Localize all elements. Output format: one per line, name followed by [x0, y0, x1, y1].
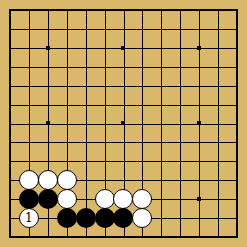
intersection-5-11[interactable] [95, 209, 114, 228]
intersection-2-9[interactable] [38, 171, 57, 190]
star-point [46, 121, 50, 125]
intersection-1-11[interactable]: 1 [19, 209, 38, 228]
stone-white[interactable] [132, 189, 152, 209]
stone-black[interactable] [57, 208, 77, 228]
stone-black[interactable] [76, 208, 96, 228]
stone-white[interactable] [132, 208, 152, 228]
stone-white[interactable] [57, 170, 77, 190]
intersection-3-10[interactable] [57, 190, 76, 209]
stone-black[interactable] [95, 208, 115, 228]
star-point [197, 46, 201, 50]
stone-black[interactable] [19, 189, 39, 209]
star-point [121, 46, 125, 50]
star-point [121, 121, 125, 125]
star-point-cell [190, 114, 209, 133]
move-number-label: 1 [25, 211, 33, 223]
star-point [197, 197, 201, 201]
star-point-cell [190, 38, 209, 57]
intersection-2-10[interactable] [38, 190, 57, 209]
intersection-3-11[interactable] [57, 209, 76, 228]
intersection-5-10[interactable] [95, 190, 114, 209]
star-point-cell [114, 114, 133, 133]
star-point-cell [114, 38, 133, 57]
star-point-cell [38, 38, 57, 57]
stone-white[interactable]: 1 [19, 208, 39, 228]
star-point [46, 46, 50, 50]
stone-white[interactable] [95, 189, 115, 209]
go-board[interactable]: 1 [1, 1, 247, 247]
go-board-diagram: 1 [0, 0, 247, 247]
intersection-7-11[interactable] [133, 209, 152, 228]
stone-white[interactable] [113, 189, 133, 209]
intersection-3-9[interactable] [57, 171, 76, 190]
stone-white[interactable] [19, 170, 39, 190]
intersection-1-9[interactable] [19, 171, 38, 190]
star-point-cell [190, 190, 209, 209]
star-point-cell [38, 114, 57, 133]
intersection-4-11[interactable] [76, 209, 95, 228]
intersection-6-10[interactable] [114, 190, 133, 209]
intersection-1-10[interactable] [19, 190, 38, 209]
stone-black[interactable] [113, 208, 133, 228]
intersection-6-11[interactable] [114, 209, 133, 228]
stone-white[interactable] [57, 189, 77, 209]
stone-black[interactable] [38, 189, 58, 209]
intersection-7-10[interactable] [133, 190, 152, 209]
star-point [197, 121, 201, 125]
stone-white[interactable] [38, 170, 58, 190]
